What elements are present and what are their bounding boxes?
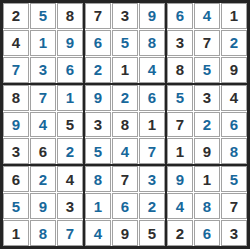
cell-r5c1[interactable]: 9 (3, 112, 29, 138)
cell-r8c5[interactable]: 6 (112, 193, 138, 219)
cell-r1c8[interactable]: 4 (194, 3, 220, 29)
cell-r8c1[interactable]: 5 (3, 193, 29, 219)
cell-r1c3[interactable]: 8 (57, 3, 83, 29)
cell-r3c4[interactable]: 2 (85, 57, 111, 83)
cell-r8c7[interactable]: 4 (167, 193, 193, 219)
sudoku-screen: 2584197367396582146413728598719453629263… (0, 0, 250, 249)
cell-r9c3[interactable]: 7 (57, 220, 83, 246)
cell-r2c9[interactable]: 2 (221, 30, 247, 56)
cell-r8c8[interactable]: 8 (194, 193, 220, 219)
cell-r8c3[interactable]: 3 (57, 193, 83, 219)
cell-r5c7[interactable]: 7 (167, 112, 193, 138)
cell-r4c4[interactable]: 9 (85, 85, 111, 111)
cell-r9c5[interactable]: 9 (112, 220, 138, 246)
cell-r2c5[interactable]: 5 (112, 30, 138, 56)
box-1-2: 739658214 (85, 3, 165, 83)
cell-r5c4[interactable]: 3 (85, 112, 111, 138)
cell-r5c9[interactable]: 6 (221, 112, 247, 138)
cell-r1c6[interactable]: 9 (139, 3, 165, 29)
cell-r2c4[interactable]: 6 (85, 30, 111, 56)
cell-r4c9[interactable]: 4 (221, 85, 247, 111)
cell-r7c3[interactable]: 4 (57, 166, 83, 192)
cell-r1c1[interactable]: 2 (3, 3, 29, 29)
cell-r5c8[interactable]: 2 (194, 112, 220, 138)
cell-r3c9[interactable]: 9 (221, 57, 247, 83)
cell-r6c9[interactable]: 8 (221, 138, 247, 164)
cell-r2c3[interactable]: 9 (57, 30, 83, 56)
box-2-1: 871945362 (3, 85, 83, 165)
cell-r1c9[interactable]: 1 (221, 3, 247, 29)
cell-r6c1[interactable]: 3 (3, 138, 29, 164)
cell-r3c5[interactable]: 1 (112, 57, 138, 83)
cell-r7c5[interactable]: 7 (112, 166, 138, 192)
cell-r6c2[interactable]: 6 (30, 138, 56, 164)
cell-r6c5[interactable]: 4 (112, 138, 138, 164)
cell-r7c2[interactable]: 2 (30, 166, 56, 192)
box-3-3: 915487263 (167, 166, 247, 246)
cell-r1c5[interactable]: 3 (112, 3, 138, 29)
cell-r4c6[interactable]: 6 (139, 85, 165, 111)
cell-r6c7[interactable]: 1 (167, 138, 193, 164)
cell-r2c2[interactable]: 1 (30, 30, 56, 56)
cell-r3c6[interactable]: 4 (139, 57, 165, 83)
cell-r3c8[interactable]: 5 (194, 57, 220, 83)
box-3-1: 624593187 (3, 166, 83, 246)
cell-r1c7[interactable]: 6 (167, 3, 193, 29)
cell-r4c3[interactable]: 1 (57, 85, 83, 111)
cell-r3c7[interactable]: 8 (167, 57, 193, 83)
cell-r3c1[interactable]: 7 (3, 57, 29, 83)
cell-r4c2[interactable]: 7 (30, 85, 56, 111)
cell-r2c7[interactable]: 3 (167, 30, 193, 56)
cell-r9c2[interactable]: 8 (30, 220, 56, 246)
cell-r5c5[interactable]: 8 (112, 112, 138, 138)
cell-r3c3[interactable]: 6 (57, 57, 83, 83)
cell-r9c4[interactable]: 4 (85, 220, 111, 246)
box-2-3: 534726198 (167, 85, 247, 165)
cell-r3c2[interactable]: 3 (30, 57, 56, 83)
cell-r7c4[interactable]: 8 (85, 166, 111, 192)
cell-r5c6[interactable]: 1 (139, 112, 165, 138)
cell-r2c8[interactable]: 7 (194, 30, 220, 56)
sudoku-board: 2584197367396582146413728598719453629263… (0, 0, 250, 249)
cell-r5c3[interactable]: 5 (57, 112, 83, 138)
cell-r6c8[interactable]: 9 (194, 138, 220, 164)
box-3-2: 873162495 (85, 166, 165, 246)
box-2-2: 926381547 (85, 85, 165, 165)
cell-r7c6[interactable]: 3 (139, 166, 165, 192)
cell-r2c6[interactable]: 8 (139, 30, 165, 56)
cell-r9c9[interactable]: 3 (221, 220, 247, 246)
cell-r9c6[interactable]: 5 (139, 220, 165, 246)
cell-r1c2[interactable]: 5 (30, 3, 56, 29)
cell-r4c5[interactable]: 2 (112, 85, 138, 111)
cell-r7c9[interactable]: 5 (221, 166, 247, 192)
cell-r8c9[interactable]: 7 (221, 193, 247, 219)
cell-r4c8[interactable]: 3 (194, 85, 220, 111)
cell-r2c1[interactable]: 4 (3, 30, 29, 56)
cell-r4c1[interactable]: 8 (3, 85, 29, 111)
cell-r4c7[interactable]: 5 (167, 85, 193, 111)
cell-r7c8[interactable]: 1 (194, 166, 220, 192)
cell-r8c6[interactable]: 2 (139, 193, 165, 219)
cell-r7c7[interactable]: 9 (167, 166, 193, 192)
cell-r9c7[interactable]: 2 (167, 220, 193, 246)
cell-r5c2[interactable]: 4 (30, 112, 56, 138)
box-1-1: 258419736 (3, 3, 83, 83)
cell-r7c1[interactable]: 6 (3, 166, 29, 192)
box-1-3: 641372859 (167, 3, 247, 83)
cell-r9c1[interactable]: 1 (3, 220, 29, 246)
cell-r8c4[interactable]: 1 (85, 193, 111, 219)
cell-r1c4[interactable]: 7 (85, 3, 111, 29)
cell-r6c4[interactable]: 5 (85, 138, 111, 164)
cell-r6c6[interactable]: 7 (139, 138, 165, 164)
cell-r8c2[interactable]: 9 (30, 193, 56, 219)
cell-r6c3[interactable]: 2 (57, 138, 83, 164)
cell-r9c8[interactable]: 6 (194, 220, 220, 246)
